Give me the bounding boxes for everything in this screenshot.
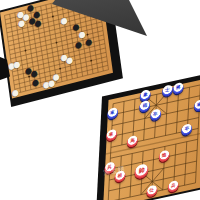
piece-character: 車 [109, 132, 114, 137]
piece-character: 馬 [130, 138, 135, 143]
go-board: ●●●●●●●●●●●●●●●●●●●●●●● [0, 0, 113, 98]
go-stone-black: ● [34, 19, 42, 29]
piece-character: 象 [143, 92, 148, 97]
piece-character: 相 [118, 173, 123, 178]
go-stone-white: ● [66, 56, 74, 66]
piece-character: 帥 [139, 167, 145, 174]
piece-character: 車 [110, 110, 115, 115]
go-stone-white: ● [18, 19, 26, 29]
go-stone-white: ● [11, 88, 19, 98]
go-stone-white: ● [13, 61, 21, 71]
piece-character: 砲 [143, 103, 148, 108]
piece-character: 仕 [149, 188, 154, 193]
go-stone-black: ● [74, 40, 82, 50]
piece-character: 將 [176, 85, 181, 90]
piece-character: 士 [165, 87, 170, 92]
go-stone-white: ● [60, 17, 68, 27]
piece-character: 卒 [153, 111, 158, 116]
go-stone-white: ● [48, 79, 56, 89]
xiangqi-board-frame: 象士將車車砲卒卒車馬炮兵相帥仕兵 [96, 74, 200, 200]
go-stone-black: ● [31, 78, 39, 88]
product-photo: ●●●●●●●●●●●●●●●●●●●●●●● 象士將車車砲卒卒車馬炮兵相帥仕兵… [0, 0, 200, 200]
piece-character: 炮 [162, 153, 167, 158]
xiangqi-board: 象士將車車砲卒卒車馬炮兵相帥仕兵 [103, 79, 200, 200]
piece-character: 兵 [107, 164, 112, 169]
go-board-frame: ●●●●●●●●●●●●●●●●●●●●●●● [0, 0, 123, 107]
piece-character: 車 [197, 102, 200, 107]
piece-character: 卒 [185, 126, 190, 131]
go-stone-black: ● [85, 38, 93, 48]
piece-character: 兵 [171, 183, 176, 188]
